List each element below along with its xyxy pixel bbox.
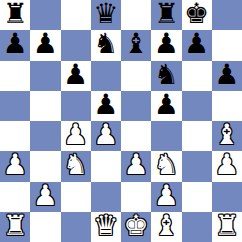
square-a1[interactable]: ♜ bbox=[0, 212, 30, 242]
square-h8[interactable] bbox=[212, 0, 242, 30]
square-e8[interactable] bbox=[121, 0, 151, 30]
square-a4[interactable] bbox=[0, 121, 30, 151]
square-g8[interactable]: ♚ bbox=[182, 0, 212, 30]
black-pawn-icon[interactable]: ♟ bbox=[3, 30, 28, 59]
white-rook-icon[interactable]: ♜ bbox=[3, 212, 28, 241]
square-d1[interactable]: ♛ bbox=[91, 212, 121, 242]
square-e3[interactable]: ♟ bbox=[121, 151, 151, 181]
square-c5[interactable] bbox=[61, 91, 91, 121]
black-pawn-icon[interactable]: ♟ bbox=[184, 30, 209, 59]
square-c1[interactable] bbox=[61, 212, 91, 242]
square-f3[interactable]: ♞ bbox=[151, 151, 181, 181]
square-g5[interactable] bbox=[182, 91, 212, 121]
square-b5[interactable] bbox=[30, 91, 60, 121]
square-a3[interactable]: ♟ bbox=[0, 151, 30, 181]
square-b3[interactable] bbox=[30, 151, 60, 181]
square-b8[interactable] bbox=[30, 0, 60, 30]
square-e4[interactable] bbox=[121, 121, 151, 151]
square-b4[interactable] bbox=[30, 121, 60, 151]
black-pawn-icon[interactable]: ♟ bbox=[154, 30, 179, 59]
square-c2[interactable] bbox=[61, 182, 91, 212]
square-h4[interactable]: ♝ bbox=[212, 121, 242, 151]
white-king-icon[interactable]: ♚ bbox=[124, 212, 149, 241]
white-rook-icon[interactable]: ♜ bbox=[214, 212, 239, 241]
square-f7[interactable]: ♟ bbox=[151, 30, 181, 60]
square-a6[interactable] bbox=[0, 61, 30, 91]
square-c8[interactable] bbox=[61, 0, 91, 30]
white-pawn-icon[interactable]: ♟ bbox=[93, 121, 118, 150]
white-pawn-icon[interactable]: ♟ bbox=[3, 151, 28, 180]
square-c3[interactable]: ♞ bbox=[61, 151, 91, 181]
square-d5[interactable]: ♟ bbox=[91, 91, 121, 121]
square-c6[interactable]: ♟ bbox=[61, 61, 91, 91]
square-f5[interactable]: ♟ bbox=[151, 91, 181, 121]
square-h1[interactable]: ♜ bbox=[212, 212, 242, 242]
square-e2[interactable] bbox=[121, 182, 151, 212]
square-f8[interactable]: ♜ bbox=[151, 0, 181, 30]
square-e1[interactable]: ♚ bbox=[121, 212, 151, 242]
square-g1[interactable] bbox=[182, 212, 212, 242]
black-rook-icon[interactable]: ♜ bbox=[3, 0, 28, 29]
square-d4[interactable]: ♟ bbox=[91, 121, 121, 151]
white-pawn-icon[interactable]: ♟ bbox=[124, 151, 149, 180]
square-d8[interactable]: ♛ bbox=[91, 0, 121, 30]
chess-board: ♜♛♜♚♟♟♞♝♟♟♟♞♟♟♟♟♟♝♟♞♟♞♟♟♟♜♛♚♝♜ bbox=[0, 0, 242, 242]
square-h3[interactable]: ♟ bbox=[212, 151, 242, 181]
white-knight-icon[interactable]: ♞ bbox=[63, 151, 88, 180]
square-d2[interactable] bbox=[91, 182, 121, 212]
white-knight-icon[interactable]: ♞ bbox=[154, 151, 179, 180]
square-a7[interactable]: ♟ bbox=[0, 30, 30, 60]
square-a5[interactable] bbox=[0, 91, 30, 121]
black-pawn-icon[interactable]: ♟ bbox=[63, 61, 88, 90]
black-rook-icon[interactable]: ♜ bbox=[154, 0, 179, 29]
square-f1[interactable]: ♝ bbox=[151, 212, 181, 242]
square-b7[interactable]: ♟ bbox=[30, 30, 60, 60]
square-h6[interactable]: ♟ bbox=[212, 61, 242, 91]
square-e5[interactable] bbox=[121, 91, 151, 121]
square-h5[interactable] bbox=[212, 91, 242, 121]
white-queen-icon[interactable]: ♛ bbox=[93, 212, 118, 241]
square-b6[interactable] bbox=[30, 61, 60, 91]
square-d6[interactable] bbox=[91, 61, 121, 91]
square-g6[interactable] bbox=[182, 61, 212, 91]
square-g7[interactable]: ♟ bbox=[182, 30, 212, 60]
square-e7[interactable]: ♝ bbox=[121, 30, 151, 60]
black-knight-icon[interactable]: ♞ bbox=[154, 61, 179, 90]
square-f6[interactable]: ♞ bbox=[151, 61, 181, 91]
square-c4[interactable]: ♟ bbox=[61, 121, 91, 151]
square-h2[interactable] bbox=[212, 182, 242, 212]
square-g3[interactable] bbox=[182, 151, 212, 181]
white-pawn-icon[interactable]: ♟ bbox=[214, 151, 239, 180]
chess-board-window: ♜♛♜♚♟♟♞♝♟♟♟♞♟♟♟♟♟♝♟♞♟♞♟♟♟♜♛♚♝♜ bbox=[0, 0, 242, 242]
black-bishop-icon[interactable]: ♝ bbox=[124, 30, 149, 59]
square-c7[interactable] bbox=[61, 30, 91, 60]
white-pawn-icon[interactable]: ♟ bbox=[33, 182, 58, 211]
square-e6[interactable] bbox=[121, 61, 151, 91]
black-pawn-icon[interactable]: ♟ bbox=[154, 91, 179, 120]
black-queen-icon[interactable]: ♛ bbox=[93, 0, 118, 29]
white-pawn-icon[interactable]: ♟ bbox=[63, 121, 88, 150]
square-a8[interactable]: ♜ bbox=[0, 0, 30, 30]
square-g2[interactable] bbox=[182, 182, 212, 212]
square-b2[interactable]: ♟ bbox=[30, 182, 60, 212]
square-d3[interactable] bbox=[91, 151, 121, 181]
black-king-icon[interactable]: ♚ bbox=[184, 0, 209, 29]
black-pawn-icon[interactable]: ♟ bbox=[93, 91, 118, 120]
square-g4[interactable] bbox=[182, 121, 212, 151]
white-bishop-icon[interactable]: ♝ bbox=[154, 212, 179, 241]
white-pawn-icon[interactable]: ♟ bbox=[154, 182, 179, 211]
white-bishop-icon[interactable]: ♝ bbox=[214, 121, 239, 150]
black-pawn-icon[interactable]: ♟ bbox=[214, 61, 239, 90]
square-a2[interactable] bbox=[0, 182, 30, 212]
black-knight-icon[interactable]: ♞ bbox=[93, 30, 118, 59]
square-d7[interactable]: ♞ bbox=[91, 30, 121, 60]
square-f2[interactable]: ♟ bbox=[151, 182, 181, 212]
square-h7[interactable] bbox=[212, 30, 242, 60]
square-b1[interactable] bbox=[30, 212, 60, 242]
black-pawn-icon[interactable]: ♟ bbox=[33, 30, 58, 59]
square-f4[interactable] bbox=[151, 121, 181, 151]
